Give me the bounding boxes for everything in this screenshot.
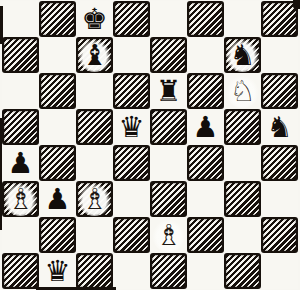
square-e4[interactable] [150,145,187,181]
square-d1[interactable] [113,253,150,289]
square-a5[interactable] [2,109,39,145]
square-d5[interactable]: ♛ [113,109,150,145]
square-f5[interactable]: ♟ [187,109,224,145]
square-b4[interactable] [39,145,76,181]
square-f7[interactable] [187,37,224,73]
square-c8[interactable]: ♚ [76,1,113,37]
square-f8[interactable] [187,1,224,37]
ink-smudge-left-lower [0,118,2,230]
square-a2[interactable] [2,217,39,253]
piece-black-pawn[interactable]: ♟ [189,111,222,144]
square-c2[interactable] [76,217,113,253]
square-g7[interactable]: ♞ [224,37,261,73]
square-h4[interactable] [261,145,298,181]
square-f2[interactable] [187,217,224,253]
square-c5[interactable] [76,109,113,145]
square-f6[interactable] [187,73,224,109]
square-f3[interactable] [187,181,224,217]
square-d8[interactable] [113,1,150,37]
square-b2[interactable] [39,217,76,253]
square-c3[interactable]: ♗ [76,181,113,217]
square-b8[interactable] [39,1,76,37]
piece-black-queen[interactable]: ♛ [115,111,148,144]
square-c6[interactable] [76,73,113,109]
square-b3[interactable]: ♟ [39,181,76,217]
square-a4[interactable]: ♟ [2,145,39,181]
square-h3[interactable] [261,181,298,217]
square-h6[interactable] [261,73,298,109]
piece-black-knight[interactable]: ♞ [263,111,296,144]
square-d2[interactable] [113,217,150,253]
square-g6[interactable]: ♘ [224,73,261,109]
square-b5[interactable] [39,109,76,145]
square-c7[interactable]: ♝ [76,37,113,73]
square-b1[interactable]: ♛ [39,253,76,289]
square-h5[interactable]: ♞ [261,109,298,145]
square-g3[interactable] [224,181,261,217]
square-d6[interactable] [113,73,150,109]
square-d4[interactable] [113,145,150,181]
ink-smudge-left-upper [0,6,3,44]
square-e2[interactable]: ♗ [150,217,187,253]
scanned-chess-diagram-page: { "game": { "name": "chess", "diagram_st… [0,0,300,290]
piece-white-knight[interactable]: ♘ [226,75,259,108]
square-f1[interactable] [187,253,224,289]
chess-board: ♚♝♞♜♘♛♟♞♟♗♟♗♗♛ [2,1,298,289]
piece-white-bishop[interactable]: ♗ [152,219,185,252]
piece-black-pawn[interactable]: ♟ [41,183,74,216]
square-e6[interactable]: ♜ [150,73,187,109]
square-g8[interactable] [224,1,261,37]
square-e8[interactable] [150,1,187,37]
square-b6[interactable] [39,73,76,109]
square-e7[interactable] [150,37,187,73]
square-g1[interactable] [224,253,261,289]
piece-black-rook[interactable]: ♜ [152,75,185,108]
square-g2[interactable] [224,217,261,253]
square-d7[interactable] [113,37,150,73]
square-g5[interactable] [224,109,261,145]
piece-black-knight[interactable]: ♞ [226,39,259,72]
square-c1[interactable] [76,253,113,289]
square-a7[interactable] [2,37,39,73]
piece-black-bishop[interactable]: ♝ [78,39,111,72]
square-g4[interactable] [224,145,261,181]
square-f4[interactable] [187,145,224,181]
piece-white-bishop[interactable]: ♗ [4,183,37,216]
piece-black-pawn[interactable]: ♟ [4,147,37,180]
square-h1[interactable] [261,253,298,289]
piece-black-king[interactable]: ♚ [78,3,111,36]
square-e1[interactable] [150,253,187,289]
square-a1[interactable] [2,253,39,289]
square-a8[interactable] [2,1,39,37]
square-e5[interactable] [150,109,187,145]
ink-smudge-top-right [293,0,300,9]
piece-white-bishop[interactable]: ♗ [78,183,111,216]
square-c4[interactable] [76,145,113,181]
square-d3[interactable] [113,181,150,217]
square-h7[interactable] [261,37,298,73]
square-a6[interactable] [2,73,39,109]
piece-black-queen[interactable]: ♛ [41,255,74,288]
square-a3[interactable]: ♗ [2,181,39,217]
square-h2[interactable] [261,217,298,253]
square-e3[interactable] [150,181,187,217]
square-b7[interactable] [39,37,76,73]
